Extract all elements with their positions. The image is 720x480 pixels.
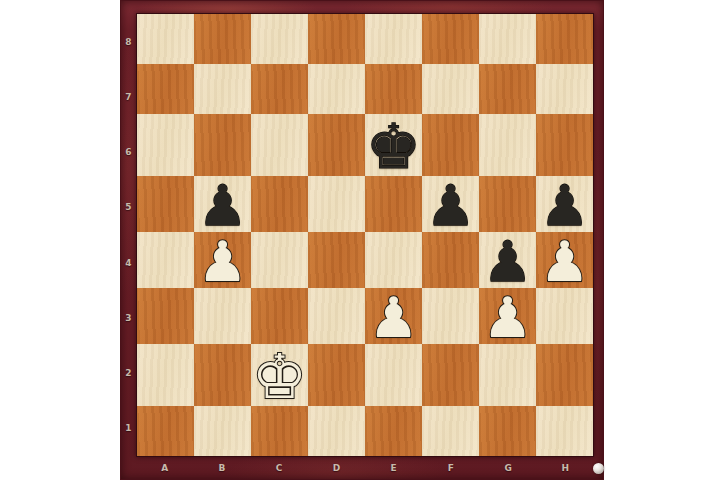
black-pawn[interactable]: ♟ bbox=[482, 234, 532, 290]
square-e7[interactable] bbox=[365, 64, 422, 114]
white-king[interactable]: ♚ bbox=[252, 346, 308, 408]
square-b2[interactable] bbox=[194, 344, 251, 406]
square-c2[interactable]: ♚ bbox=[251, 344, 308, 406]
rank-label-5: 5 bbox=[121, 180, 136, 235]
white-pawn[interactable]: ♟ bbox=[539, 234, 589, 290]
square-a3[interactable] bbox=[137, 288, 194, 344]
square-h3[interactable] bbox=[536, 288, 593, 344]
square-f4[interactable] bbox=[422, 232, 479, 288]
square-a1[interactable] bbox=[137, 406, 194, 456]
square-e1[interactable] bbox=[365, 406, 422, 456]
square-b1[interactable] bbox=[194, 406, 251, 456]
square-a5[interactable] bbox=[137, 176, 194, 232]
square-c3[interactable] bbox=[251, 288, 308, 344]
file-label-c: C bbox=[251, 456, 308, 480]
file-label-d: D bbox=[308, 456, 365, 480]
square-g2[interactable] bbox=[479, 344, 536, 406]
square-g6[interactable] bbox=[479, 114, 536, 176]
square-d8[interactable] bbox=[308, 14, 365, 64]
page: 87654321 ♚♟♟♟♟♟♟♟♟♚ ABCDEFGH bbox=[0, 0, 720, 480]
rank-label-7: 7 bbox=[121, 69, 136, 124]
square-h4[interactable]: ♟ bbox=[536, 232, 593, 288]
white-pawn[interactable]: ♟ bbox=[197, 234, 247, 290]
square-f6[interactable] bbox=[422, 114, 479, 176]
square-c6[interactable] bbox=[251, 114, 308, 176]
file-label-g: G bbox=[480, 456, 537, 480]
chess-board-frame: 87654321 ♚♟♟♟♟♟♟♟♟♚ ABCDEFGH bbox=[120, 0, 604, 480]
square-e6[interactable]: ♚ bbox=[365, 114, 422, 176]
square-d7[interactable] bbox=[308, 64, 365, 114]
chess-board: ♚♟♟♟♟♟♟♟♟♚ bbox=[136, 13, 594, 457]
square-f5[interactable]: ♟ bbox=[422, 176, 479, 232]
square-g8[interactable] bbox=[479, 14, 536, 64]
square-b6[interactable] bbox=[194, 114, 251, 176]
square-g5[interactable] bbox=[479, 176, 536, 232]
square-f8[interactable] bbox=[422, 14, 479, 64]
square-e2[interactable] bbox=[365, 344, 422, 406]
square-h2[interactable] bbox=[536, 344, 593, 406]
square-e3[interactable]: ♟ bbox=[365, 288, 422, 344]
square-a6[interactable] bbox=[137, 114, 194, 176]
square-g1[interactable] bbox=[479, 406, 536, 456]
file-label-h: H bbox=[537, 456, 594, 480]
square-d3[interactable] bbox=[308, 288, 365, 344]
square-h6[interactable] bbox=[536, 114, 593, 176]
square-f1[interactable] bbox=[422, 406, 479, 456]
square-b3[interactable] bbox=[194, 288, 251, 344]
black-king[interactable]: ♚ bbox=[366, 116, 422, 178]
square-d1[interactable] bbox=[308, 406, 365, 456]
white-pawn[interactable]: ♟ bbox=[482, 290, 532, 346]
black-pawn[interactable]: ♟ bbox=[197, 178, 247, 234]
move-indicator-icon bbox=[593, 463, 604, 474]
square-h5[interactable]: ♟ bbox=[536, 176, 593, 232]
white-pawn[interactable]: ♟ bbox=[368, 290, 418, 346]
black-pawn[interactable]: ♟ bbox=[425, 178, 475, 234]
square-c8[interactable] bbox=[251, 14, 308, 64]
square-f3[interactable] bbox=[422, 288, 479, 344]
square-b5[interactable]: ♟ bbox=[194, 176, 251, 232]
square-b7[interactable] bbox=[194, 64, 251, 114]
square-d5[interactable] bbox=[308, 176, 365, 232]
black-pawn[interactable]: ♟ bbox=[539, 178, 589, 234]
square-g7[interactable] bbox=[479, 64, 536, 114]
square-c4[interactable] bbox=[251, 232, 308, 288]
file-label-e: E bbox=[365, 456, 422, 480]
rank-label-1: 1 bbox=[121, 401, 136, 456]
square-h8[interactable] bbox=[536, 14, 593, 64]
square-a4[interactable] bbox=[137, 232, 194, 288]
square-a2[interactable] bbox=[137, 344, 194, 406]
rank-label-2: 2 bbox=[121, 346, 136, 401]
square-h1[interactable] bbox=[536, 406, 593, 456]
square-f2[interactable] bbox=[422, 344, 479, 406]
square-g3[interactable]: ♟ bbox=[479, 288, 536, 344]
rank-labels: 87654321 bbox=[121, 14, 136, 456]
square-d6[interactable] bbox=[308, 114, 365, 176]
square-e8[interactable] bbox=[365, 14, 422, 64]
rank-label-4: 4 bbox=[121, 235, 136, 290]
rank-label-6: 6 bbox=[121, 125, 136, 180]
file-label-a: A bbox=[136, 456, 193, 480]
square-d4[interactable] bbox=[308, 232, 365, 288]
file-labels: ABCDEFGH bbox=[136, 456, 594, 480]
square-b4[interactable]: ♟ bbox=[194, 232, 251, 288]
square-g4[interactable]: ♟ bbox=[479, 232, 536, 288]
rank-label-8: 8 bbox=[121, 14, 136, 69]
file-label-b: B bbox=[193, 456, 250, 480]
square-d2[interactable] bbox=[308, 344, 365, 406]
rank-label-3: 3 bbox=[121, 290, 136, 345]
square-b8[interactable] bbox=[194, 14, 251, 64]
square-c7[interactable] bbox=[251, 64, 308, 114]
square-e5[interactable] bbox=[365, 176, 422, 232]
square-a8[interactable] bbox=[137, 14, 194, 64]
file-label-f: F bbox=[422, 456, 479, 480]
square-c1[interactable] bbox=[251, 406, 308, 456]
square-f7[interactable] bbox=[422, 64, 479, 114]
square-e4[interactable] bbox=[365, 232, 422, 288]
square-h7[interactable] bbox=[536, 64, 593, 114]
square-a7[interactable] bbox=[137, 64, 194, 114]
square-c5[interactable] bbox=[251, 176, 308, 232]
